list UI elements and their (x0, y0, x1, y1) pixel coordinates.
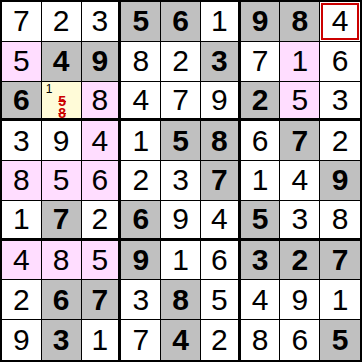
cell-value: 2 (132, 165, 149, 195)
cell-r8c9[interactable]: 1 (320, 280, 360, 320)
cell-r2c7[interactable]: 7 (241, 42, 281, 82)
cell-r1c8[interactable]: 8 (280, 2, 320, 42)
cell-value: 9 (172, 204, 189, 234)
cell-r8c7[interactable]: 4 (241, 280, 281, 320)
cell-value: 8 (92, 85, 109, 115)
cell-value: 4 (13, 245, 30, 275)
cell-value: 7 (332, 245, 349, 275)
cell-value: 1 (92, 325, 109, 355)
cell-r1c9[interactable]: 4 (320, 2, 360, 42)
cell-value: 4 (53, 46, 70, 76)
cell-value: 1 (132, 126, 149, 156)
cell-r1c7[interactable]: 9 (241, 2, 281, 42)
cell-r5c2[interactable]: 5 (42, 161, 82, 201)
cell-r9c1[interactable]: 9 (2, 320, 42, 360)
cell-r4c5[interactable]: 5 (161, 121, 201, 161)
cell-value: 2 (53, 6, 70, 36)
cell-r5c4[interactable]: 2 (121, 161, 161, 201)
cell-value: 9 (132, 245, 149, 275)
cell-r6c9[interactable]: 8 (320, 201, 360, 241)
cell-value: 7 (13, 6, 30, 36)
cell-value: 3 (53, 325, 70, 355)
cell-value: 3 (332, 85, 349, 115)
cell-r8c8[interactable]: 9 (280, 280, 320, 320)
cell-value: 2 (13, 285, 30, 315)
cell-value: 2 (332, 126, 349, 156)
cell-value: 5 (13, 46, 30, 76)
cell-r9c4[interactable]: 7 (121, 320, 161, 360)
cell-value: 2 (291, 245, 308, 275)
cell-r5c8[interactable]: 4 (280, 161, 320, 201)
cell-r5c3[interactable]: 6 (82, 161, 122, 201)
cell-value: 3 (132, 285, 149, 315)
cell-value: 5 (291, 85, 308, 115)
cell-value: 3 (291, 204, 308, 234)
cell-value: 1 (291, 46, 308, 76)
cell-value: 8 (172, 285, 189, 315)
cell-r4c2[interactable]: 9 (42, 121, 82, 161)
cell-value: 1 (13, 204, 30, 234)
cell-r4c4[interactable]: 1 (121, 121, 161, 161)
cell-r6c8[interactable]: 3 (280, 201, 320, 241)
cell-r2c1[interactable]: 5 (2, 42, 42, 82)
cell-r7c1[interactable]: 4 (2, 241, 42, 281)
cell-r7c2[interactable]: 8 (42, 241, 82, 281)
cell-r7c5[interactable]: 1 (161, 241, 201, 281)
cell-value: 4 (132, 85, 149, 115)
cell-r1c3[interactable]: 3 (82, 2, 122, 42)
cell-r8c5[interactable]: 8 (161, 280, 201, 320)
cell-r3c4[interactable]: 4 (121, 82, 161, 122)
cell-value: 9 (252, 6, 269, 36)
cell-value: 6 (252, 126, 269, 156)
cell-r1c4[interactable]: 5 (121, 2, 161, 42)
cell-value: 5 (252, 204, 269, 234)
cell-r9c2[interactable]: 3 (42, 320, 82, 360)
cell-r9c9[interactable]: 5 (320, 320, 360, 360)
cell-r9c6[interactable]: 2 (201, 320, 241, 360)
cell-value: 3 (211, 46, 228, 76)
cell-value: 6 (291, 325, 308, 355)
cell-value: 3 (92, 6, 109, 36)
cell-r8c2[interactable]: 6 (42, 280, 82, 320)
cell-r7c4[interactable]: 9 (121, 241, 161, 281)
corner-candidate-mark: 1 (46, 83, 53, 95)
cell-value: 2 (252, 85, 269, 115)
cell-r5c9[interactable]: 9 (320, 161, 360, 201)
cell-r2c4[interactable]: 8 (121, 42, 161, 82)
cell-value: 8 (211, 126, 228, 156)
cell-r3c9[interactable]: 3 (320, 82, 360, 122)
cell-value: 5 (92, 245, 109, 275)
cell-r2c2[interactable]: 4 (42, 42, 82, 82)
cell-r9c8[interactable]: 6 (280, 320, 320, 360)
cell-r1c1[interactable]: 7 (2, 2, 42, 42)
cell-r6c7[interactable]: 5 (241, 201, 281, 241)
cell-r1c5[interactable]: 6 (161, 2, 201, 42)
cell-r8c1[interactable]: 2 (2, 280, 42, 320)
cell-r6c6[interactable]: 4 (201, 201, 241, 241)
cell-r2c8[interactable]: 1 (280, 42, 320, 82)
cell-r4c9[interactable]: 2 (320, 121, 360, 161)
cell-value: 8 (291, 6, 308, 36)
sudoku-board: 7235619845498237166158847925339415867285… (0, 0, 362, 362)
cell-value: 9 (53, 126, 70, 156)
cell-r3c8[interactable]: 5 (280, 82, 320, 122)
cell-r6c3[interactable]: 2 (82, 201, 122, 241)
cell-value: 2 (92, 204, 109, 234)
cell-value: 8 (53, 245, 70, 275)
cell-r6c4[interactable]: 6 (121, 201, 161, 241)
cell-value: 6 (13, 85, 30, 115)
cell-value: 4 (252, 285, 269, 315)
cell-value: 6 (92, 165, 109, 195)
cell-value: 3 (252, 245, 269, 275)
cell-r2c3[interactable]: 9 (82, 42, 122, 82)
cell-value: 6 (211, 245, 228, 275)
cell-r8c3[interactable]: 7 (82, 280, 122, 320)
cell-r2c5[interactable]: 2 (161, 42, 201, 82)
cell-r1c6[interactable]: 1 (201, 2, 241, 42)
cell-r3c5[interactable]: 7 (161, 82, 201, 122)
cell-value: 7 (252, 46, 269, 76)
cell-value: 4 (92, 126, 109, 156)
eliminated-candidate: 8 (58, 107, 66, 119)
cell-value: 9 (92, 46, 109, 76)
cell-value: 5 (332, 325, 349, 355)
cell-value: 3 (172, 165, 189, 195)
cell-value: 1 (332, 285, 349, 315)
cell-r7c7[interactable]: 3 (241, 241, 281, 281)
cell-r2c6[interactable]: 3 (201, 42, 241, 82)
cell-r7c6[interactable]: 6 (201, 241, 241, 281)
cell-value: 7 (172, 85, 189, 115)
eliminated-candidates: 58 (44, 95, 81, 119)
cell-r8c4[interactable]: 3 (121, 280, 161, 320)
cell-value: 9 (332, 165, 349, 195)
cell-value: 9 (291, 285, 308, 315)
cell-r7c9[interactable]: 7 (320, 241, 360, 281)
cell-value: 5 (211, 285, 228, 315)
cell-value: 2 (172, 46, 189, 76)
cell-r2c9[interactable]: 6 (320, 42, 360, 82)
cell-value: 6 (172, 6, 189, 36)
cell-value: 8 (132, 46, 149, 76)
cell-r3c3[interactable]: 8 (82, 82, 122, 122)
cell-value: 8 (332, 204, 349, 234)
cell-value: 6 (332, 46, 349, 76)
cell-value: 1 (172, 245, 189, 275)
cell-r5c5[interactable]: 3 (161, 161, 201, 201)
cell-value: 3 (13, 126, 30, 156)
cell-r5c1[interactable]: 8 (2, 161, 42, 201)
cell-r6c1[interactable]: 1 (2, 201, 42, 241)
cell-r3c7[interactable]: 2 (241, 82, 281, 122)
cell-value: 2 (211, 325, 228, 355)
cell-value: 6 (53, 285, 70, 315)
cell-r4c8[interactable]: 7 (280, 121, 320, 161)
cell-value: 7 (211, 165, 228, 195)
cell-r7c3[interactable]: 5 (82, 241, 122, 281)
cell-r4c7[interactable]: 6 (241, 121, 281, 161)
cell-value: 1 (211, 6, 228, 36)
cell-r4c3[interactable]: 4 (82, 121, 122, 161)
cell-value: 7 (291, 126, 308, 156)
cell-value: 7 (53, 204, 70, 234)
cell-r7c8[interactable]: 2 (280, 241, 320, 281)
cell-r3c6[interactable]: 9 (201, 82, 241, 122)
cell-value: 8 (252, 325, 269, 355)
cell-value: 1 (252, 165, 269, 195)
cell-r6c5[interactable]: 9 (161, 201, 201, 241)
cell-r6c2[interactable]: 7 (42, 201, 82, 241)
cell-value: 4 (291, 165, 308, 195)
cell-value: 9 (13, 325, 30, 355)
cell-value: 4 (332, 6, 349, 36)
cell-r4c1[interactable]: 3 (2, 121, 42, 161)
cell-r8c6[interactable]: 5 (201, 280, 241, 320)
cell-r5c6[interactable]: 7 (201, 161, 241, 201)
cell-value: 5 (53, 165, 70, 195)
cell-value: 8 (13, 165, 30, 195)
cell-value: 5 (132, 6, 149, 36)
cell-value: 9 (211, 85, 228, 115)
cell-value: 7 (92, 285, 109, 315)
cell-r9c7[interactable]: 8 (241, 320, 281, 360)
cell-r1c2[interactable]: 2 (42, 2, 82, 42)
cell-r9c5[interactable]: 4 (161, 320, 201, 360)
cell-value: 6 (132, 204, 149, 234)
cell-r3c2[interactable]: 158 (42, 82, 82, 122)
cell-value: 5 (172, 126, 189, 156)
cell-r5c7[interactable]: 1 (241, 161, 281, 201)
cell-r3c1[interactable]: 6 (2, 82, 42, 122)
cell-r4c6[interactable]: 8 (201, 121, 241, 161)
cell-value: 4 (172, 325, 189, 355)
cell-value: 7 (132, 325, 149, 355)
cell-value: 4 (211, 204, 228, 234)
cell-r9c3[interactable]: 1 (82, 320, 122, 360)
